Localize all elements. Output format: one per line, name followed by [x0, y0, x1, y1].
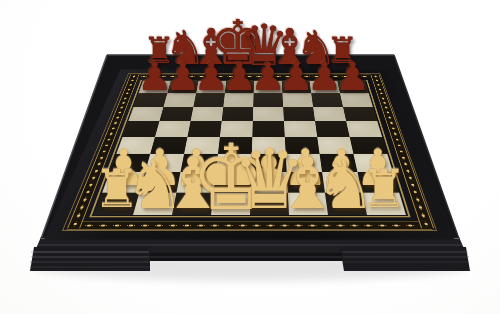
square-h5[interactable] — [346, 121, 382, 137]
square-f6[interactable] — [283, 107, 315, 121]
square-b6[interactable] — [159, 107, 193, 121]
foot-right — [340, 247, 470, 271]
square-e6[interactable] — [253, 107, 284, 121]
piece-red-pawn-15[interactable]: ♟ — [335, 56, 370, 95]
chess-product-photo: ♜♞♝♚♛♝♞♜♟♟♟♟♟♟♟♟♟♟♟♟♟♟♟♟♜♞♝♚♛♝♞♜ — [0, 0, 500, 314]
square-d6[interactable] — [222, 107, 254, 121]
square-g5[interactable] — [315, 121, 350, 137]
square-g6[interactable] — [313, 107, 346, 121]
piece-cream-rook-31[interactable]: ♜ — [360, 162, 407, 215]
square-b5[interactable] — [155, 121, 191, 137]
square-a5[interactable] — [123, 121, 160, 137]
square-c6[interactable] — [191, 107, 224, 121]
square-a6[interactable] — [128, 107, 163, 121]
square-h6[interactable] — [343, 107, 377, 121]
